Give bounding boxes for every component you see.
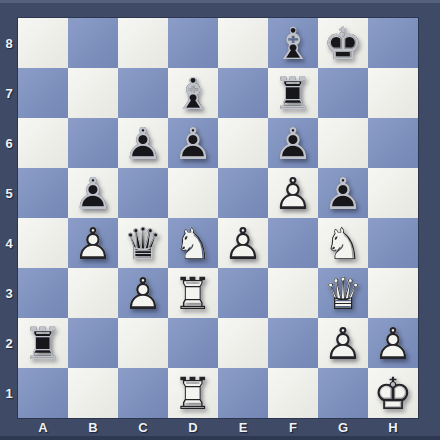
black-pawn-c6[interactable]: ♟♙ <box>118 118 168 168</box>
white-king-outline: ♔ <box>368 368 418 418</box>
square-g5[interactable]: ♟♙ <box>318 168 368 218</box>
black-rook-outline: ♖ <box>18 318 68 368</box>
chess-board: ♝♗♚♔♝♗♜♖♟♙♟♙♟♙♟♙♟♙♟♙♟♙♛♕♞♘♟♙♞♘♟♙♜♖♛♕♜♖♟♙… <box>18 18 418 418</box>
square-f3[interactable] <box>268 268 318 318</box>
square-g1[interactable] <box>318 368 368 418</box>
black-king-outline: ♔ <box>318 18 368 68</box>
square-a4[interactable] <box>18 218 68 268</box>
square-f2[interactable] <box>268 318 318 368</box>
square-f4[interactable] <box>268 218 318 268</box>
white-pawn-outline: ♙ <box>118 268 168 318</box>
file-label-b: B <box>68 419 118 436</box>
white-king-h1[interactable]: ♚♔ <box>368 368 418 418</box>
white-queen-outline: ♕ <box>318 268 368 318</box>
square-a8[interactable] <box>18 18 68 68</box>
rank-label-7: 7 <box>0 68 18 118</box>
square-h7[interactable] <box>368 68 418 118</box>
square-b5[interactable]: ♟♙ <box>68 168 118 218</box>
black-pawn-outline: ♙ <box>118 118 168 168</box>
black-pawn-f6[interactable]: ♟♙ <box>268 118 318 168</box>
white-pawn-outline: ♙ <box>68 218 118 268</box>
black-pawn-g5[interactable]: ♟♙ <box>318 168 368 218</box>
square-h3[interactable] <box>368 268 418 318</box>
black-pawn-d6[interactable]: ♟♙ <box>168 118 218 168</box>
file-label-e: E <box>218 419 268 436</box>
black-pawn-b5[interactable]: ♟♙ <box>68 168 118 218</box>
square-d6[interactable]: ♟♙ <box>168 118 218 168</box>
square-e1[interactable] <box>218 368 268 418</box>
white-knight-g4[interactable]: ♞♘ <box>318 218 368 268</box>
white-pawn-e4[interactable]: ♟♙ <box>218 218 268 268</box>
square-c3[interactable]: ♟♙ <box>118 268 168 318</box>
square-e2[interactable] <box>218 318 268 368</box>
black-rook-outline: ♖ <box>268 68 318 118</box>
black-king-g8[interactable]: ♚♔ <box>318 18 368 68</box>
white-pawn-h2[interactable]: ♟♙ <box>368 318 418 368</box>
white-pawn-outline: ♙ <box>368 318 418 368</box>
rank-label-4: 4 <box>0 218 18 268</box>
square-g6[interactable] <box>318 118 368 168</box>
square-b6[interactable] <box>68 118 118 168</box>
square-h8[interactable] <box>368 18 418 68</box>
square-e4[interactable]: ♟♙ <box>218 218 268 268</box>
square-c7[interactable] <box>118 68 168 118</box>
white-pawn-f5[interactable]: ♟♙ <box>268 168 318 218</box>
black-pawn-outline: ♙ <box>168 118 218 168</box>
file-label-a: A <box>18 419 68 436</box>
square-f1[interactable] <box>268 368 318 418</box>
square-d4[interactable]: ♞♘ <box>168 218 218 268</box>
white-pawn-c3[interactable]: ♟♙ <box>118 268 168 318</box>
square-a6[interactable] <box>18 118 68 168</box>
square-a5[interactable] <box>18 168 68 218</box>
rank-label-5: 5 <box>0 168 18 218</box>
square-c2[interactable] <box>118 318 168 368</box>
board-frame: ♝♗♚♔♝♗♜♖♟♙♟♙♟♙♟♙♟♙♟♙♟♙♛♕♞♘♟♙♞♘♟♙♜♖♛♕♜♖♟♙… <box>0 0 440 440</box>
square-e7[interactable] <box>218 68 268 118</box>
square-b7[interactable] <box>68 68 118 118</box>
white-rook-d3[interactable]: ♜♖ <box>168 268 218 318</box>
square-a7[interactable] <box>18 68 68 118</box>
white-pawn-b4[interactable]: ♟♙ <box>68 218 118 268</box>
square-f8[interactable]: ♝♗ <box>268 18 318 68</box>
white-rook-outline: ♖ <box>168 268 218 318</box>
black-queen-c4[interactable]: ♛♕ <box>118 218 168 268</box>
square-e5[interactable] <box>218 168 268 218</box>
white-rook-outline: ♖ <box>168 368 218 418</box>
square-a2[interactable]: ♜♖ <box>18 318 68 368</box>
white-knight-outline: ♘ <box>318 218 368 268</box>
black-bishop-d7[interactable]: ♝♗ <box>168 68 218 118</box>
square-c5[interactable] <box>118 168 168 218</box>
square-c1[interactable] <box>118 368 168 418</box>
square-f6[interactable]: ♟♙ <box>268 118 318 168</box>
square-a1[interactable] <box>18 368 68 418</box>
square-b8[interactable] <box>68 18 118 68</box>
square-c6[interactable]: ♟♙ <box>118 118 168 168</box>
black-rook-f7[interactable]: ♜♖ <box>268 68 318 118</box>
black-pawn-outline: ♙ <box>68 168 118 218</box>
square-b3[interactable] <box>68 268 118 318</box>
black-rook-a2[interactable]: ♜♖ <box>18 318 68 368</box>
white-pawn-outline: ♙ <box>218 218 268 268</box>
file-label-g: G <box>318 419 368 436</box>
square-g4[interactable]: ♞♘ <box>318 218 368 268</box>
square-b2[interactable] <box>68 318 118 368</box>
square-h5[interactable] <box>368 168 418 218</box>
white-pawn-g2[interactable]: ♟♙ <box>318 318 368 368</box>
file-label-c: C <box>118 419 168 436</box>
square-h4[interactable] <box>368 218 418 268</box>
black-bishop-f8[interactable]: ♝♗ <box>268 18 318 68</box>
square-f7[interactable]: ♜♖ <box>268 68 318 118</box>
white-queen-g3[interactable]: ♛♕ <box>318 268 368 318</box>
black-pawn-outline: ♙ <box>268 118 318 168</box>
square-d1[interactable]: ♜♖ <box>168 368 218 418</box>
square-d5[interactable] <box>168 168 218 218</box>
rank-label-2: 2 <box>0 318 18 368</box>
rank-label-8: 8 <box>0 18 18 68</box>
square-g7[interactable] <box>318 68 368 118</box>
square-b4[interactable]: ♟♙ <box>68 218 118 268</box>
file-label-h: H <box>368 419 418 436</box>
black-pawn-outline: ♙ <box>318 168 368 218</box>
square-d2[interactable] <box>168 318 218 368</box>
black-bishop-outline: ♗ <box>268 18 318 68</box>
file-label-f: F <box>268 419 318 436</box>
square-g8[interactable]: ♚♔ <box>318 18 368 68</box>
square-c4[interactable]: ♛♕ <box>118 218 168 268</box>
square-e6[interactable] <box>218 118 268 168</box>
square-h2[interactable]: ♟♙ <box>368 318 418 368</box>
square-c8[interactable] <box>118 18 168 68</box>
rank-label-6: 6 <box>0 118 18 168</box>
file-label-d: D <box>168 419 218 436</box>
white-rook-d1[interactable]: ♜♖ <box>168 368 218 418</box>
square-g3[interactable]: ♛♕ <box>318 268 368 318</box>
square-d7[interactable]: ♝♗ <box>168 68 218 118</box>
black-queen-outline: ♕ <box>118 218 168 268</box>
square-g2[interactable]: ♟♙ <box>318 318 368 368</box>
square-b1[interactable] <box>68 368 118 418</box>
black-bishop-outline: ♗ <box>168 68 218 118</box>
square-h6[interactable] <box>368 118 418 168</box>
square-e8[interactable] <box>218 18 268 68</box>
square-a3[interactable] <box>18 268 68 318</box>
white-knight-outline: ♘ <box>168 218 218 268</box>
white-pawn-outline: ♙ <box>268 168 318 218</box>
square-f5[interactable]: ♟♙ <box>268 168 318 218</box>
square-e3[interactable] <box>218 268 268 318</box>
rank-label-1: 1 <box>0 368 18 418</box>
square-d8[interactable] <box>168 18 218 68</box>
white-pawn-outline: ♙ <box>318 318 368 368</box>
square-d3[interactable]: ♜♖ <box>168 268 218 318</box>
rank-label-3: 3 <box>0 268 18 318</box>
white-knight-d4[interactable]: ♞♘ <box>168 218 218 268</box>
square-h1[interactable]: ♚♔ <box>368 368 418 418</box>
